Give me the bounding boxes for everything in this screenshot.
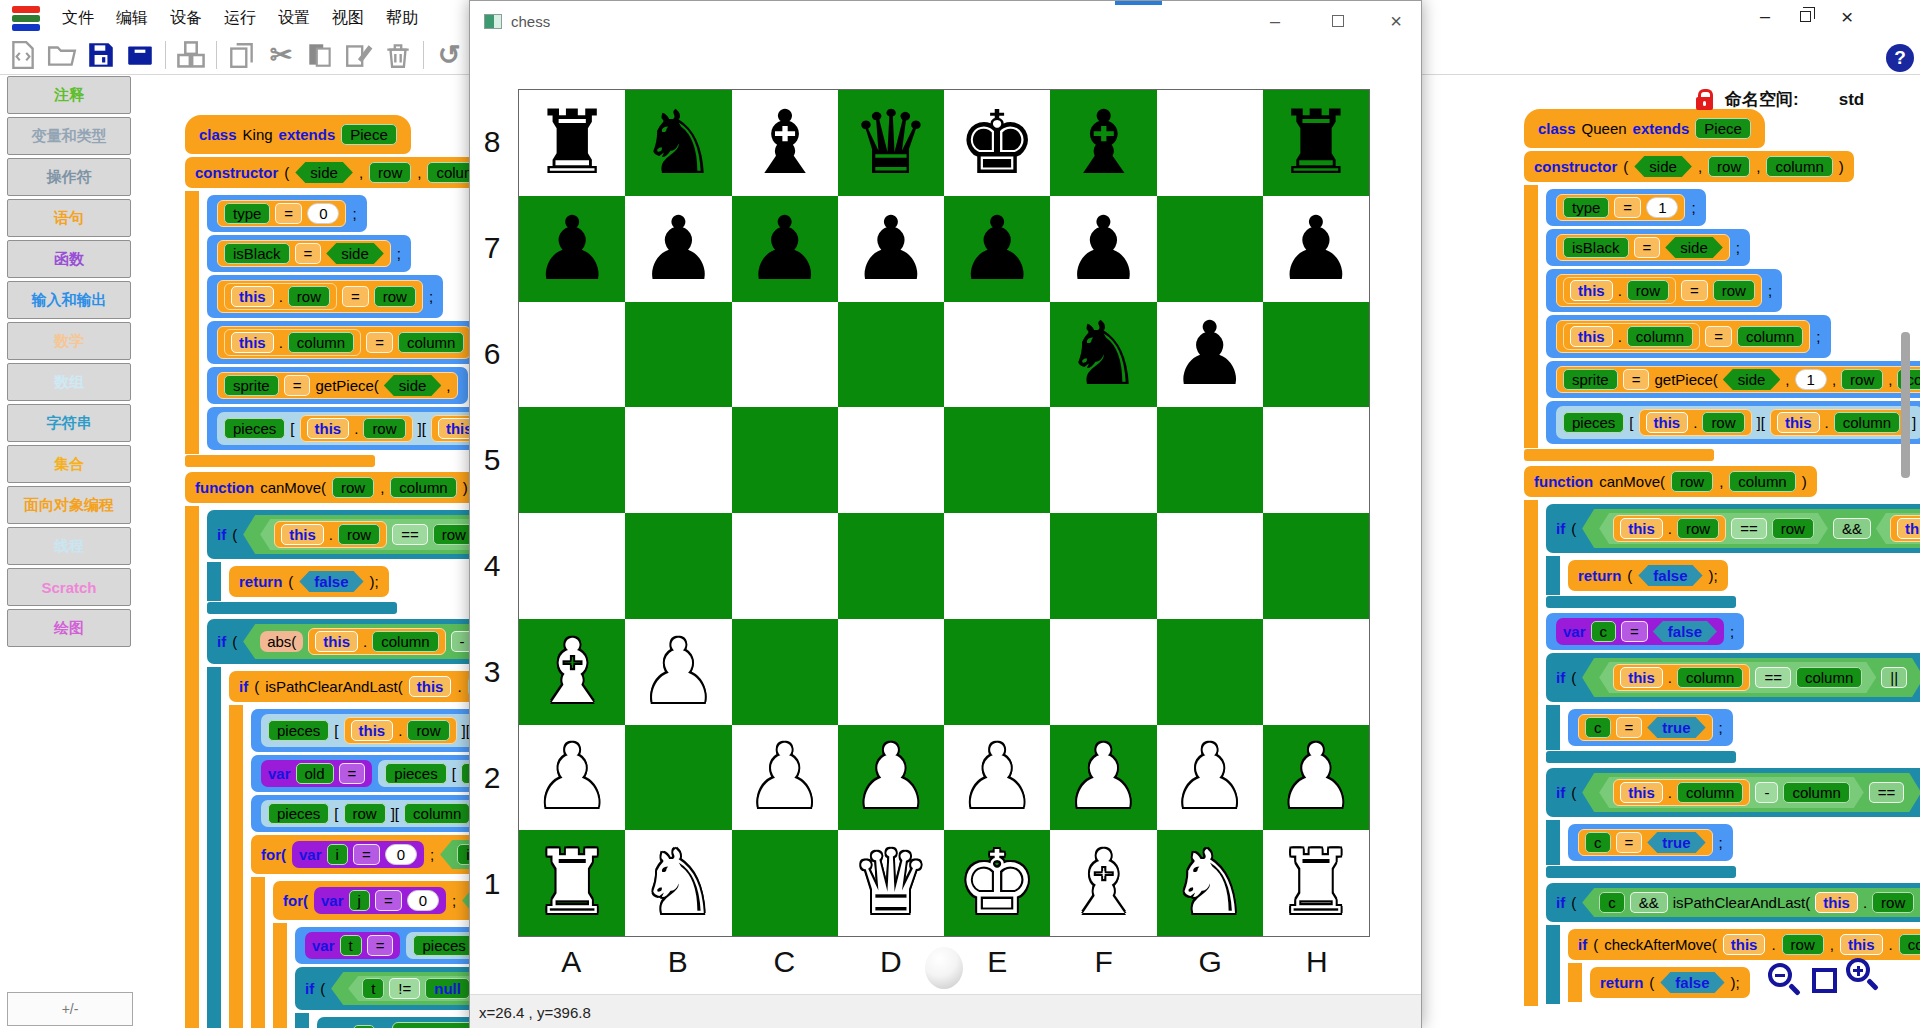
block-token: if [1556, 894, 1565, 911]
block-token: , [1830, 936, 1834, 953]
app-logo-icon [12, 4, 40, 32]
rank-label-4: 4 [472, 513, 512, 619]
statement-block[interactable]: isBlack=side; [207, 235, 411, 272]
black-pawn: ♟ [1050, 196, 1156, 302]
block-group-ow: this.column [1563, 323, 1700, 350]
block-token: . [1668, 520, 1672, 537]
file-label-C: C [731, 941, 838, 983]
block-token: return [1600, 974, 1643, 991]
square-a3[interactable]: ♝ [519, 619, 625, 725]
block-token: row [374, 286, 416, 307]
container-block-cap [1546, 751, 1736, 763]
square-b3[interactable]: ♟ [625, 619, 731, 725]
black-pawn: ♟ [625, 196, 731, 302]
statement-block[interactable]: this.row=row; [207, 275, 443, 318]
block-token: . [1825, 414, 1829, 431]
sidebar-category-数学[interactable]: 数学 [7, 322, 131, 360]
block-token: var [1563, 623, 1586, 640]
block-token: ; [1768, 282, 1772, 299]
white-sphere-piece[interactable] [925, 947, 963, 989]
block-token: || [1881, 667, 1907, 688]
block-group-gh2: this [1876, 513, 1920, 544]
sidebar-category-操作符[interactable]: 操作符 [7, 158, 131, 196]
sidebar-category-面向对象编程[interactable]: 面向对象编程 [7, 486, 131, 524]
block-token: old [296, 763, 334, 784]
chess-maximize-button[interactable] [1315, 1, 1361, 41]
block-token: sprite [224, 375, 279, 396]
block-token: this [1815, 892, 1858, 913]
black-pawn: ♟ [944, 196, 1050, 302]
block-group-ow: this.row [274, 521, 387, 548]
square-c8[interactable]: ♝ [732, 90, 838, 196]
block-token: pieces [268, 803, 329, 824]
statement-block[interactable]: sprite=getPiece(side, [207, 367, 468, 404]
white-bishop: ♝ [1050, 830, 1156, 936]
block-token: side [384, 375, 442, 396]
namespace-label: 命名空间: [1725, 88, 1799, 111]
block-token: = [295, 243, 322, 264]
blocks-icon[interactable] [174, 38, 208, 72]
block-group-pu: varj=0 [314, 887, 446, 914]
sidebar-category-集合[interactable]: 集合 [7, 445, 131, 483]
block-token: for( [283, 892, 308, 909]
sidebar-category-函数[interactable]: 函数 [7, 240, 131, 278]
square-a6[interactable] [519, 302, 625, 408]
block-group-ow: this.column=column [1556, 320, 1810, 353]
block-token: false [299, 571, 363, 592]
block-token: row [1677, 518, 1719, 539]
block-token: , [1756, 158, 1760, 175]
block-token: false [1653, 621, 1717, 642]
statement-block[interactable]: pieces[row][column] [251, 795, 497, 832]
block-token: column [398, 332, 464, 353]
square-d2[interactable]: ♟ [838, 725, 944, 831]
menu-item-运行[interactable]: 运行 [224, 8, 256, 29]
container-block-header[interactable]: if(c&&isPathClearAndLast(this.row, [1546, 883, 1920, 922]
open-folder-icon[interactable] [45, 38, 79, 72]
square-a7[interactable]: ♟ [519, 196, 625, 302]
zoom-out-button[interactable] [1768, 963, 1798, 993]
block-token: column [1899, 934, 1920, 955]
block-token: row [1841, 369, 1883, 390]
file-label-G: G [1157, 941, 1264, 983]
help-button[interactable]: ? [1886, 44, 1914, 72]
block-token: King [243, 126, 273, 143]
block-group-ow: type=0 [217, 200, 346, 227]
statement-block[interactable]: return(false); [1590, 967, 1750, 998]
square-e3[interactable] [944, 619, 1050, 725]
block-token: . [363, 633, 367, 650]
block-group-ow: this.row [1639, 409, 1752, 436]
statement-block[interactable]: type=1; [1546, 189, 1706, 226]
statement-block[interactable]: return(false); [1568, 560, 1728, 591]
sidebar-category-线程[interactable]: 线程 [7, 527, 131, 565]
block-token: c [1585, 717, 1611, 738]
white-rook: ♜ [1263, 830, 1369, 936]
toolbar-separator [423, 41, 424, 69]
block-token: == [1755, 667, 1791, 688]
block-token: this [1570, 326, 1613, 347]
rank-label-1: 1 [472, 831, 512, 937]
black-rook: ♜ [519, 90, 625, 196]
block-group-ow: this.column [1770, 409, 1907, 436]
square-e4[interactable] [944, 513, 1050, 619]
statement-block[interactable]: pieces[this.row][this.column]= [1546, 401, 1920, 444]
square-b5[interactable] [625, 407, 731, 513]
square-g1[interactable]: ♞ [1157, 830, 1263, 936]
window-controls: – × [1760, 6, 1853, 27]
square-h1[interactable]: ♜ [1263, 830, 1369, 936]
square-g7[interactable] [1157, 196, 1263, 302]
statement-block[interactable]: isBlack=side; [1546, 229, 1750, 266]
square-f8[interactable]: ♝ [1050, 90, 1156, 196]
block-token: . [1863, 894, 1867, 911]
block-token: row [1627, 280, 1669, 301]
block-group-pu: vart= [305, 932, 400, 959]
menu-item-设置[interactable]: 设置 [278, 8, 310, 29]
square-c3[interactable] [732, 619, 838, 725]
menu-item-文件[interactable]: 文件 [62, 8, 94, 29]
rank-labels: 87654321 [472, 89, 512, 937]
block-token: ][ [418, 420, 426, 437]
square-b2[interactable] [625, 725, 731, 831]
square-h7[interactable]: ♟ [1263, 196, 1369, 302]
container-block-header[interactable]: if(abs(this.column- [207, 619, 501, 664]
block-group-lb: pieces[this.row][this. [217, 412, 504, 445]
block-token: . [1771, 936, 1775, 953]
block-token: isBlack [1563, 237, 1629, 258]
copy-icon[interactable] [225, 38, 259, 72]
block-token: j [349, 890, 370, 911]
square-e6[interactable] [944, 302, 1050, 408]
block-group-gh: this.column==column|| [1582, 658, 1920, 697]
edit-icon[interactable] [342, 38, 376, 72]
container-block-body: type=1;isBlack=side;this.row=row;this.co… [1524, 185, 1920, 448]
white-queen: ♛ [838, 830, 944, 936]
square-b8[interactable]: ♞ [625, 90, 731, 196]
file-label-B: B [625, 941, 732, 983]
toolbar-separator [216, 41, 217, 69]
block-token: ); [1731, 974, 1740, 991]
block-token: ); [1709, 567, 1718, 584]
sidebar-category-注释[interactable]: 注释 [7, 76, 131, 114]
container-block-cap [1546, 866, 1736, 878]
block-token: column [1677, 782, 1743, 803]
square-h6[interactable] [1263, 302, 1369, 408]
statement-block[interactable]: c=true; [1568, 824, 1733, 861]
block-token: true [1647, 832, 1705, 853]
block-group-gh: this.row==row [243, 515, 506, 554]
block-token: column [1796, 667, 1862, 688]
square-g3[interactable] [1157, 619, 1263, 725]
square-f6[interactable]: ♞ [1050, 302, 1156, 408]
menu-item-视图[interactable]: 视图 [332, 8, 364, 29]
black-pawn: ♟ [732, 196, 838, 302]
square-f4[interactable] [1050, 513, 1156, 619]
sidebar-category-绘图[interactable]: 绘图 [7, 609, 131, 647]
rank-label-3: 3 [472, 619, 512, 725]
container-block-cap [1546, 596, 1736, 608]
statement-block[interactable]: this.column=column; [1546, 315, 1831, 358]
block-token: 0 [385, 844, 417, 865]
block-token: this [1723, 934, 1766, 955]
menu-item-帮助[interactable]: 帮助 [386, 8, 418, 29]
menu-item-编辑[interactable]: 编辑 [116, 8, 148, 29]
square-c1[interactable] [732, 830, 838, 936]
block-token: row [338, 524, 380, 545]
square-d4[interactable] [838, 513, 944, 619]
container-block-header[interactable]: if(this.column==column|| [1546, 653, 1920, 702]
minimize-button[interactable]: – [1760, 6, 1770, 27]
block-token: [ [452, 765, 456, 782]
scissors-glyph: ✂ [270, 42, 293, 69]
square-e5[interactable] [944, 407, 1050, 513]
block-token: = [1614, 197, 1641, 218]
block-token: column [1627, 326, 1693, 347]
sidebar-category-语句[interactable]: 语句 [7, 199, 131, 237]
category-sidebar: 注释变量和类型操作符语句函数输入和输出数学数组字符串集合面向对象编程线程Scra… [7, 76, 131, 650]
vertical-scrollbar[interactable] [1901, 332, 1910, 478]
statement-block[interactable]: this.column=column; [207, 321, 492, 364]
white-pawn: ♟ [519, 725, 625, 831]
block-token: column [1766, 156, 1832, 177]
square-e1[interactable]: ♚ [944, 830, 1050, 936]
square-c5[interactable] [732, 407, 838, 513]
restore-button[interactable] [1800, 11, 1811, 22]
square-f7[interactable]: ♟ [1050, 196, 1156, 302]
square-e2[interactable]: ♟ [944, 725, 1050, 831]
container-block-header[interactable]: if(this.column-column== [1546, 768, 1920, 817]
statement-block[interactable]: sprite=getPiece(side,1,row,column [1546, 361, 1920, 398]
block-group-gh: c&&isPathClearAndLast(this.row, [1582, 888, 1920, 917]
sidebar-category-变量和类型[interactable]: 变量和类型 [7, 117, 131, 155]
block-token: ( [288, 573, 293, 590]
white-pawn: ♟ [732, 725, 838, 831]
square-c6[interactable] [732, 302, 838, 408]
block-token: class [199, 126, 237, 143]
sidebar-category-Scratch[interactable]: Scratch [7, 568, 131, 606]
block-token: isPathClearAndLast( [265, 678, 403, 695]
block-token: this [1646, 412, 1689, 433]
statement-block[interactable]: type=0; [207, 195, 367, 232]
block-token: ( [1623, 158, 1628, 175]
block-token: row [1872, 892, 1914, 913]
block-token: this [231, 286, 274, 307]
sidebar-category-字符串[interactable]: 字符串 [7, 404, 131, 442]
block-token: ( [232, 633, 237, 650]
block-token: row [332, 477, 374, 498]
container-block-header[interactable]: if(checkAfterMove(this.row,this.column [1568, 929, 1920, 960]
square-b7[interactable]: ♟ [625, 196, 731, 302]
block-group-pu: varc=false [1556, 618, 1724, 645]
square-c2[interactable]: ♟ [732, 725, 838, 831]
block-token: = [1616, 832, 1643, 853]
block-token: isBlack [224, 243, 290, 264]
delete-icon[interactable] [381, 38, 415, 72]
block-group-ow: this.column [1613, 779, 1750, 806]
container-block-header[interactable]: if(this.row==row&&this [1546, 504, 1920, 553]
square-h8[interactable]: ♜ [1263, 90, 1369, 196]
square-a8[interactable]: ♜ [519, 90, 625, 196]
block-group-ow: this.row [300, 415, 413, 442]
statement-block[interactable]: return(false); [229, 566, 389, 597]
block-token: 1 [1795, 369, 1827, 390]
square-h3[interactable] [1263, 619, 1369, 725]
block-token: if [1556, 669, 1565, 686]
block-token: this [1620, 782, 1663, 803]
container-block-cap [185, 455, 375, 467]
block-group-ow: this.column [224, 329, 361, 356]
square-f2[interactable]: ♟ [1050, 725, 1156, 831]
statement-block[interactable]: pieces[this.row][this. [207, 407, 514, 450]
block-token: row [344, 803, 386, 824]
square-c7[interactable]: ♟ [732, 196, 838, 302]
block-group-ow: sprite=getPiece(side,1,row,column [1556, 366, 1920, 393]
sidebar-category-输入和输出[interactable]: 输入和输出 [7, 281, 131, 319]
block-token: this [1570, 280, 1613, 301]
undo-glyph: ↺ [438, 42, 461, 69]
square-e8[interactable]: ♚ [944, 90, 1050, 196]
square-d3[interactable] [838, 619, 944, 725]
block-token: = [353, 844, 380, 865]
hat-block[interactable]: classKingextendsPiece [185, 115, 411, 154]
package-icon[interactable] [123, 38, 157, 72]
chess-minimize-button[interactable]: – [1252, 1, 1298, 41]
menu-item-设备[interactable]: 设备 [170, 8, 202, 29]
block-token: row [1708, 156, 1750, 177]
block-token: ; [452, 892, 456, 909]
save-icon[interactable] [84, 38, 118, 72]
block-token: ( [1571, 894, 1576, 911]
block-token: abs( [260, 631, 303, 652]
hat-block[interactable]: classQueenextendsPiece [1524, 109, 1765, 148]
square-d7[interactable]: ♟ [838, 196, 944, 302]
block-group-ow: this.row [224, 283, 337, 310]
square-e7[interactable]: ♟ [944, 196, 1050, 302]
block-token: = [1705, 326, 1732, 347]
square-d6[interactable] [838, 302, 944, 408]
square-b4[interactable] [625, 513, 731, 619]
block-token: row [288, 286, 330, 307]
chess-close-button[interactable]: × [1373, 1, 1419, 41]
block-token: t [362, 978, 384, 999]
statement-block[interactable]: this.row=row; [1546, 269, 1782, 312]
block-token: for( [261, 846, 286, 863]
white-pawn: ♟ [1050, 725, 1156, 831]
block-token: && [1630, 892, 1668, 913]
statement-block[interactable]: c=true; [1568, 709, 1733, 746]
square-a2[interactable]: ♟ [519, 725, 625, 831]
square-a1[interactable]: ♜ [519, 830, 625, 936]
block-token: var [299, 846, 322, 863]
block-group-gh: this.row==row&&this [1582, 509, 1920, 548]
square-g8[interactable] [1157, 90, 1263, 196]
container-block-header[interactable]: functioncanMove(row,column) [1524, 466, 1817, 497]
block-group-gh: abs(this.column- [243, 624, 490, 659]
square-d8[interactable]: ♛ [838, 90, 944, 196]
square-b1[interactable]: ♞ [625, 830, 731, 936]
square-g4[interactable] [1157, 513, 1263, 619]
square-d1[interactable]: ♛ [838, 830, 944, 936]
block-token: Queen [1582, 120, 1627, 137]
block-token: ] [1912, 414, 1916, 431]
square-f3[interactable] [1050, 619, 1156, 725]
square-a5[interactable] [519, 407, 625, 513]
undo-icon[interactable]: ↺ [432, 38, 466, 72]
new-code-file-icon[interactable] [6, 38, 40, 72]
block-token: . [1668, 669, 1672, 686]
block-token: var [321, 892, 344, 909]
cut-icon[interactable]: ✂ [264, 38, 298, 72]
block-token: row [1713, 280, 1755, 301]
file-label-A: A [518, 941, 625, 983]
close-button[interactable]: × [1841, 6, 1853, 27]
block-token: ; [352, 205, 356, 222]
square-b6[interactable] [625, 302, 731, 408]
block-token: sprite [1563, 369, 1618, 390]
chess-window-title: chess [511, 13, 550, 30]
container-block-cap [207, 602, 397, 614]
zoom-in-button[interactable] [1846, 958, 1876, 988]
square-h5[interactable] [1263, 407, 1369, 513]
square-g5[interactable] [1157, 407, 1263, 513]
zoom-reset-button[interactable] [1812, 968, 1837, 993]
block-group-ow: c=true [1578, 714, 1713, 741]
block-token: this [1620, 667, 1663, 688]
block-token: ; [430, 846, 434, 863]
statement-block[interactable]: varc=false; [1546, 613, 1744, 650]
black-bishop: ♝ [1050, 90, 1156, 196]
block-token: this [281, 524, 324, 545]
container-block-header[interactable]: constructor(side,row,column) [185, 157, 515, 188]
container-block-header[interactable]: constructor(side,row,column) [1524, 151, 1854, 182]
block-token: false [1638, 565, 1702, 586]
block-token: this [1777, 412, 1820, 433]
block-token: isPathClearAndLast( [1673, 894, 1811, 911]
block-token: ) [1802, 473, 1807, 490]
sidebar-category-数组[interactable]: 数组 [7, 363, 131, 401]
white-pawn: ♟ [944, 725, 1050, 831]
square-g6[interactable]: ♟ [1157, 302, 1263, 408]
white-pawn: ♟ [838, 725, 944, 831]
block-token: return [1578, 567, 1621, 584]
block-token: i [327, 844, 348, 865]
block-token: ( [320, 980, 325, 997]
block-token: type [224, 203, 270, 224]
square-g2[interactable]: ♟ [1157, 725, 1263, 831]
paste-icon[interactable] [303, 38, 337, 72]
block-token: pieces [268, 720, 329, 741]
square-f1[interactable]: ♝ [1050, 830, 1156, 936]
block-token: c [1585, 832, 1611, 853]
chess-statusbar: x=26.4 , y=396.8 [470, 994, 1421, 1028]
square-c4[interactable] [732, 513, 838, 619]
square-a4[interactable] [519, 513, 625, 619]
square-h2[interactable]: ♟ [1263, 725, 1369, 831]
block-token: column [288, 332, 354, 353]
container-block-header[interactable]: functioncanMove(row,column) [185, 472, 478, 503]
sidebar-plus-minus-button[interactable]: +/- [7, 992, 133, 1026]
block-token: side [1634, 156, 1692, 177]
block-token: 0 [407, 890, 439, 911]
square-f5[interactable] [1050, 407, 1156, 513]
block-group-gh2: this.row==row [1599, 513, 1828, 544]
block-token: if [1556, 520, 1565, 537]
block-group-gh2: this.column-column [1599, 777, 1864, 808]
block-token: ( [1571, 520, 1576, 537]
square-d5[interactable] [838, 407, 944, 513]
square-h4[interactable] [1263, 513, 1369, 619]
